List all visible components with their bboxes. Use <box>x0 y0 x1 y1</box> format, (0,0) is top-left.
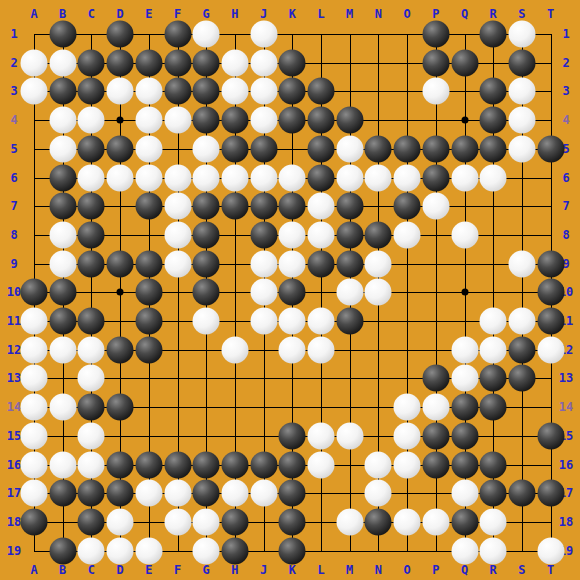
white-stone-S11[interactable] <box>508 308 535 335</box>
intersection-L1[interactable] <box>307 20 335 48</box>
intersection-F11[interactable] <box>164 307 192 335</box>
intersection-D8[interactable] <box>106 221 134 249</box>
black-stone-G2[interactable] <box>193 49 220 76</box>
intersection-L14[interactable] <box>307 393 335 421</box>
white-stone-Q19[interactable] <box>451 537 478 564</box>
intersection-H11[interactable] <box>221 307 249 335</box>
black-stone-P2[interactable] <box>422 49 449 76</box>
intersection-P12[interactable] <box>422 336 450 364</box>
white-stone-N10[interactable] <box>365 279 392 306</box>
intersection-N4[interactable] <box>364 106 392 134</box>
white-stone-P7[interactable] <box>422 193 449 220</box>
intersection-A7[interactable] <box>20 192 48 220</box>
black-stone-M9[interactable] <box>336 250 363 277</box>
white-stone-G6[interactable] <box>193 164 220 191</box>
intersection-O9[interactable] <box>393 250 421 278</box>
black-stone-A10[interactable] <box>21 279 48 306</box>
intersection-O17[interactable] <box>393 479 421 507</box>
white-stone-P18[interactable] <box>422 508 449 535</box>
intersection-N11[interactable] <box>364 307 392 335</box>
white-stone-D18[interactable] <box>107 508 134 535</box>
white-stone-O8[interactable] <box>394 221 421 248</box>
white-stone-Q8[interactable] <box>451 221 478 248</box>
black-stone-O5[interactable] <box>394 135 421 162</box>
black-stone-C14[interactable] <box>78 394 105 421</box>
black-stone-P6[interactable] <box>422 164 449 191</box>
black-stone-K7[interactable] <box>279 193 306 220</box>
intersection-M19[interactable] <box>336 537 364 565</box>
intersection-T4[interactable] <box>537 106 565 134</box>
white-stone-C6[interactable] <box>78 164 105 191</box>
black-stone-F3[interactable] <box>164 78 191 105</box>
intersection-K13[interactable] <box>278 364 306 392</box>
white-stone-M18[interactable] <box>336 508 363 535</box>
black-stone-J7[interactable] <box>250 193 277 220</box>
intersection-Q1[interactable] <box>451 20 479 48</box>
intersection-E14[interactable] <box>135 393 163 421</box>
intersection-F13[interactable] <box>164 364 192 392</box>
black-stone-L6[interactable] <box>308 164 335 191</box>
intersection-G13[interactable] <box>192 364 220 392</box>
white-stone-K12[interactable] <box>279 336 306 363</box>
white-stone-N9[interactable] <box>365 250 392 277</box>
intersection-Q11[interactable] <box>451 307 479 335</box>
white-stone-R6[interactable] <box>480 164 507 191</box>
intersection-N19[interactable] <box>364 537 392 565</box>
white-stone-M10[interactable] <box>336 279 363 306</box>
white-stone-G19[interactable] <box>193 537 220 564</box>
white-stone-Q12[interactable] <box>451 336 478 363</box>
intersection-P8[interactable] <box>422 221 450 249</box>
black-stone-K4[interactable] <box>279 107 306 134</box>
intersection-L13[interactable] <box>307 364 335 392</box>
white-stone-B14[interactable] <box>49 394 76 421</box>
white-stone-H2[interactable] <box>221 49 248 76</box>
black-stone-R16[interactable] <box>480 451 507 478</box>
intersection-Q9[interactable] <box>451 250 479 278</box>
white-stone-G18[interactable] <box>193 508 220 535</box>
white-stone-N6[interactable] <box>365 164 392 191</box>
intersection-K5[interactable] <box>278 135 306 163</box>
white-stone-F4[interactable] <box>164 107 191 134</box>
intersection-T1[interactable] <box>537 20 565 48</box>
black-stone-D14[interactable] <box>107 394 134 421</box>
white-stone-F9[interactable] <box>164 250 191 277</box>
black-stone-E7[interactable] <box>135 193 162 220</box>
white-stone-C16[interactable] <box>78 451 105 478</box>
white-stone-P3[interactable] <box>422 78 449 105</box>
black-stone-G4[interactable] <box>193 107 220 134</box>
black-stone-K19[interactable] <box>279 537 306 564</box>
intersection-D7[interactable] <box>106 192 134 220</box>
black-stone-G16[interactable] <box>193 451 220 478</box>
black-stone-B7[interactable] <box>49 193 76 220</box>
white-stone-G11[interactable] <box>193 308 220 335</box>
white-stone-J9[interactable] <box>250 250 277 277</box>
black-stone-E11[interactable] <box>135 308 162 335</box>
intersection-T8[interactable] <box>537 221 565 249</box>
white-stone-R19[interactable] <box>480 537 507 564</box>
intersection-L2[interactable] <box>307 49 335 77</box>
black-stone-R13[interactable] <box>480 365 507 392</box>
intersection-N1[interactable] <box>364 20 392 48</box>
white-stone-J11[interactable] <box>250 308 277 335</box>
white-stone-G1[interactable] <box>193 21 220 48</box>
black-stone-G3[interactable] <box>193 78 220 105</box>
white-stone-E5[interactable] <box>135 135 162 162</box>
intersection-T18[interactable] <box>537 508 565 536</box>
intersection-T2[interactable] <box>537 49 565 77</box>
black-stone-E12[interactable] <box>135 336 162 363</box>
intersection-J18[interactable] <box>250 508 278 536</box>
black-stone-D17[interactable] <box>107 480 134 507</box>
white-stone-B8[interactable] <box>49 221 76 248</box>
intersection-O10[interactable] <box>393 278 421 306</box>
white-stone-E4[interactable] <box>135 107 162 134</box>
intersection-T7[interactable] <box>537 192 565 220</box>
intersection-A19[interactable] <box>20 537 48 565</box>
black-stone-G7[interactable] <box>193 193 220 220</box>
intersection-O13[interactable] <box>393 364 421 392</box>
white-stone-S5[interactable] <box>508 135 535 162</box>
white-stone-A16[interactable] <box>21 451 48 478</box>
white-stone-J1[interactable] <box>250 21 277 48</box>
white-stone-L15[interactable] <box>308 422 335 449</box>
intersection-J14[interactable] <box>250 393 278 421</box>
black-stone-P15[interactable] <box>422 422 449 449</box>
white-stone-M6[interactable] <box>336 164 363 191</box>
black-stone-P1[interactable] <box>422 21 449 48</box>
intersection-E1[interactable] <box>135 20 163 48</box>
intersection-S16[interactable] <box>508 451 536 479</box>
white-stone-T12[interactable] <box>537 336 564 363</box>
white-stone-Q6[interactable] <box>451 164 478 191</box>
black-stone-N8[interactable] <box>365 221 392 248</box>
black-stone-D5[interactable] <box>107 135 134 162</box>
black-stone-S12[interactable] <box>508 336 535 363</box>
black-stone-P5[interactable] <box>422 135 449 162</box>
intersection-Q7[interactable] <box>451 192 479 220</box>
black-stone-K15[interactable] <box>279 422 306 449</box>
white-stone-J4[interactable] <box>250 107 277 134</box>
intersection-N2[interactable] <box>364 49 392 77</box>
intersection-R9[interactable] <box>479 250 507 278</box>
black-stone-L9[interactable] <box>308 250 335 277</box>
black-stone-T11[interactable] <box>537 308 564 335</box>
intersection-O11[interactable] <box>393 307 421 335</box>
white-stone-O6[interactable] <box>394 164 421 191</box>
intersection-L17[interactable] <box>307 479 335 507</box>
black-stone-K3[interactable] <box>279 78 306 105</box>
black-stone-O7[interactable] <box>394 193 421 220</box>
black-stone-D9[interactable] <box>107 250 134 277</box>
black-stone-F16[interactable] <box>164 451 191 478</box>
white-stone-J6[interactable] <box>250 164 277 191</box>
intersection-C10[interactable] <box>77 278 105 306</box>
white-stone-L12[interactable] <box>308 336 335 363</box>
intersection-O1[interactable] <box>393 20 421 48</box>
black-stone-L5[interactable] <box>308 135 335 162</box>
black-stone-D1[interactable] <box>107 21 134 48</box>
black-stone-Q15[interactable] <box>451 422 478 449</box>
white-stone-A11[interactable] <box>21 308 48 335</box>
intersection-D11[interactable] <box>106 307 134 335</box>
white-stone-M15[interactable] <box>336 422 363 449</box>
black-stone-M7[interactable] <box>336 193 363 220</box>
intersection-C1[interactable] <box>77 20 105 48</box>
intersection-S14[interactable] <box>508 393 536 421</box>
white-stone-D6[interactable] <box>107 164 134 191</box>
black-stone-S17[interactable] <box>508 480 535 507</box>
white-stone-A13[interactable] <box>21 365 48 392</box>
white-stone-B4[interactable] <box>49 107 76 134</box>
intersection-R8[interactable] <box>479 221 507 249</box>
intersection-D15[interactable] <box>106 422 134 450</box>
intersection-M17[interactable] <box>336 479 364 507</box>
intersection-H13[interactable] <box>221 364 249 392</box>
intersection-T13[interactable] <box>537 364 565 392</box>
intersection-Q4[interactable] <box>451 106 479 134</box>
intersection-L10[interactable] <box>307 278 335 306</box>
intersection-T6[interactable] <box>537 164 565 192</box>
white-stone-J10[interactable] <box>250 279 277 306</box>
white-stone-A12[interactable] <box>21 336 48 363</box>
black-stone-B1[interactable] <box>49 21 76 48</box>
white-stone-N16[interactable] <box>365 451 392 478</box>
white-stone-E17[interactable] <box>135 480 162 507</box>
intersection-N13[interactable] <box>364 364 392 392</box>
black-stone-C3[interactable] <box>78 78 105 105</box>
black-stone-E16[interactable] <box>135 451 162 478</box>
intersection-N3[interactable] <box>364 77 392 105</box>
white-stone-C12[interactable] <box>78 336 105 363</box>
white-stone-B5[interactable] <box>49 135 76 162</box>
black-stone-B10[interactable] <box>49 279 76 306</box>
white-stone-Q17[interactable] <box>451 480 478 507</box>
intersection-F15[interactable] <box>164 422 192 450</box>
intersection-O4[interactable] <box>393 106 421 134</box>
black-stone-H19[interactable] <box>221 537 248 564</box>
intersection-P19[interactable] <box>422 537 450 565</box>
white-stone-A15[interactable] <box>21 422 48 449</box>
intersection-A1[interactable] <box>20 20 48 48</box>
white-stone-O18[interactable] <box>394 508 421 535</box>
black-stone-H16[interactable] <box>221 451 248 478</box>
black-stone-K10[interactable] <box>279 279 306 306</box>
white-stone-N17[interactable] <box>365 480 392 507</box>
intersection-S8[interactable] <box>508 221 536 249</box>
white-stone-E6[interactable] <box>135 164 162 191</box>
intersection-K14[interactable] <box>278 393 306 421</box>
black-stone-R5[interactable] <box>480 135 507 162</box>
intersection-M13[interactable] <box>336 364 364 392</box>
white-stone-B2[interactable] <box>49 49 76 76</box>
white-stone-R12[interactable] <box>480 336 507 363</box>
white-stone-E19[interactable] <box>135 537 162 564</box>
black-stone-E9[interactable] <box>135 250 162 277</box>
intersection-G14[interactable] <box>192 393 220 421</box>
black-stone-G10[interactable] <box>193 279 220 306</box>
black-stone-G17[interactable] <box>193 480 220 507</box>
black-stone-C2[interactable] <box>78 49 105 76</box>
intersection-R7[interactable] <box>479 192 507 220</box>
intersection-G15[interactable] <box>192 422 220 450</box>
white-stone-K11[interactable] <box>279 308 306 335</box>
black-stone-C8[interactable] <box>78 221 105 248</box>
white-stone-H3[interactable] <box>221 78 248 105</box>
black-stone-J5[interactable] <box>250 135 277 162</box>
intersection-F5[interactable] <box>164 135 192 163</box>
white-stone-F6[interactable] <box>164 164 191 191</box>
black-stone-L4[interactable] <box>308 107 335 134</box>
white-stone-F7[interactable] <box>164 193 191 220</box>
intersection-H1[interactable] <box>221 20 249 48</box>
white-stone-A14[interactable] <box>21 394 48 421</box>
black-stone-A18[interactable] <box>21 508 48 535</box>
black-stone-T5[interactable] <box>537 135 564 162</box>
intersection-O2[interactable] <box>393 49 421 77</box>
black-stone-C11[interactable] <box>78 308 105 335</box>
white-stone-C13[interactable] <box>78 365 105 392</box>
intersection-O12[interactable] <box>393 336 421 364</box>
black-stone-C17[interactable] <box>78 480 105 507</box>
black-stone-F1[interactable] <box>164 21 191 48</box>
intersection-M12[interactable] <box>336 336 364 364</box>
black-stone-B6[interactable] <box>49 164 76 191</box>
intersection-A6[interactable] <box>20 164 48 192</box>
intersection-D4[interactable] <box>106 106 134 134</box>
black-stone-K2[interactable] <box>279 49 306 76</box>
black-stone-D16[interactable] <box>107 451 134 478</box>
intersection-P9[interactable] <box>422 250 450 278</box>
black-stone-T15[interactable] <box>537 422 564 449</box>
intersection-P17[interactable] <box>422 479 450 507</box>
black-stone-C18[interactable] <box>78 508 105 535</box>
black-stone-C9[interactable] <box>78 250 105 277</box>
intersection-S7[interactable] <box>508 192 536 220</box>
intersection-T16[interactable] <box>537 451 565 479</box>
intersection-G12[interactable] <box>192 336 220 364</box>
intersection-A4[interactable] <box>20 106 48 134</box>
white-stone-S9[interactable] <box>508 250 535 277</box>
black-stone-C5[interactable] <box>78 135 105 162</box>
intersection-J15[interactable] <box>250 422 278 450</box>
intersection-S15[interactable] <box>508 422 536 450</box>
intersection-B18[interactable] <box>49 508 77 536</box>
intersection-O3[interactable] <box>393 77 421 105</box>
intersection-A9[interactable] <box>20 250 48 278</box>
black-stone-T10[interactable] <box>537 279 564 306</box>
intersection-T3[interactable] <box>537 77 565 105</box>
white-stone-R18[interactable] <box>480 508 507 535</box>
intersection-P10[interactable] <box>422 278 450 306</box>
white-stone-C15[interactable] <box>78 422 105 449</box>
intersection-N12[interactable] <box>364 336 392 364</box>
white-stone-R11[interactable] <box>480 308 507 335</box>
intersection-K1[interactable] <box>278 20 306 48</box>
black-stone-H4[interactable] <box>221 107 248 134</box>
intersection-S10[interactable] <box>508 278 536 306</box>
intersection-H15[interactable] <box>221 422 249 450</box>
intersection-Q3[interactable] <box>451 77 479 105</box>
intersection-F10[interactable] <box>164 278 192 306</box>
intersection-F12[interactable] <box>164 336 192 364</box>
black-stone-K18[interactable] <box>279 508 306 535</box>
intersection-L18[interactable] <box>307 508 335 536</box>
white-stone-O14[interactable] <box>394 394 421 421</box>
intersection-M16[interactable] <box>336 451 364 479</box>
intersection-Q10[interactable] <box>451 278 479 306</box>
white-stone-J2[interactable] <box>250 49 277 76</box>
white-stone-A3[interactable] <box>21 78 48 105</box>
white-stone-K8[interactable] <box>279 221 306 248</box>
intersection-H10[interactable] <box>221 278 249 306</box>
black-stone-M4[interactable] <box>336 107 363 134</box>
white-stone-L8[interactable] <box>308 221 335 248</box>
intersection-R15[interactable] <box>479 422 507 450</box>
black-stone-B17[interactable] <box>49 480 76 507</box>
white-stone-F17[interactable] <box>164 480 191 507</box>
white-stone-H12[interactable] <box>221 336 248 363</box>
black-stone-D2[interactable] <box>107 49 134 76</box>
black-stone-R17[interactable] <box>480 480 507 507</box>
black-stone-C7[interactable] <box>78 193 105 220</box>
white-stone-Q13[interactable] <box>451 365 478 392</box>
white-stone-H17[interactable] <box>221 480 248 507</box>
black-stone-L3[interactable] <box>308 78 335 105</box>
intersection-D13[interactable] <box>106 364 134 392</box>
intersection-P4[interactable] <box>422 106 450 134</box>
intersection-M2[interactable] <box>336 49 364 77</box>
intersection-R10[interactable] <box>479 278 507 306</box>
black-stone-P16[interactable] <box>422 451 449 478</box>
black-stone-R14[interactable] <box>480 394 507 421</box>
intersection-H9[interactable] <box>221 250 249 278</box>
black-stone-N5[interactable] <box>365 135 392 162</box>
intersection-A8[interactable] <box>20 221 48 249</box>
black-stone-B11[interactable] <box>49 308 76 335</box>
white-stone-F8[interactable] <box>164 221 191 248</box>
white-stone-K6[interactable] <box>279 164 306 191</box>
intersection-S18[interactable] <box>508 508 536 536</box>
black-stone-J16[interactable] <box>250 451 277 478</box>
white-stone-M5[interactable] <box>336 135 363 162</box>
white-stone-A17[interactable] <box>21 480 48 507</box>
white-stone-L7[interactable] <box>308 193 335 220</box>
black-stone-N18[interactable] <box>365 508 392 535</box>
intersection-A5[interactable] <box>20 135 48 163</box>
intersection-E13[interactable] <box>135 364 163 392</box>
black-stone-Q16[interactable] <box>451 451 478 478</box>
black-stone-F2[interactable] <box>164 49 191 76</box>
intersection-L19[interactable] <box>307 537 335 565</box>
black-stone-Q18[interactable] <box>451 508 478 535</box>
white-stone-S3[interactable] <box>508 78 535 105</box>
black-stone-K17[interactable] <box>279 480 306 507</box>
white-stone-B16[interactable] <box>49 451 76 478</box>
black-stone-J8[interactable] <box>250 221 277 248</box>
intersection-M1[interactable] <box>336 20 364 48</box>
intersection-S6[interactable] <box>508 164 536 192</box>
white-stone-O16[interactable] <box>394 451 421 478</box>
intersection-D10[interactable] <box>106 278 134 306</box>
intersection-N7[interactable] <box>364 192 392 220</box>
white-stone-B12[interactable] <box>49 336 76 363</box>
intersection-F19[interactable] <box>164 537 192 565</box>
black-stone-T17[interactable] <box>537 480 564 507</box>
intersection-E18[interactable] <box>135 508 163 536</box>
white-stone-S4[interactable] <box>508 107 535 134</box>
